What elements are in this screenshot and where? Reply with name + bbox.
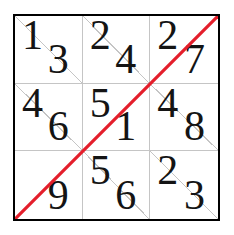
cell-bottom-number: 1 [115, 105, 136, 147]
cell-bottom-number: 9 [48, 174, 69, 216]
cell-r2c2: 5 1 [83, 84, 151, 152]
cell-r3c3: 2 3 [150, 151, 218, 219]
cell-r2c3: 4 8 [150, 84, 218, 152]
cell-bottom-number: 4 [115, 38, 136, 80]
cell-r1c1: 1 3 [15, 16, 83, 84]
cell-bottom-number: 7 [184, 38, 205, 80]
cell-r1c3: 2 7 [150, 16, 218, 84]
cell-top-number: 1 [22, 14, 43, 56]
cell-top-number: 5 [90, 149, 111, 191]
cell-top-number: 5 [90, 82, 111, 124]
cell-bottom-number: 6 [115, 174, 136, 216]
cell-r1c2: 2 4 [83, 16, 151, 84]
cell-top-number: 2 [90, 14, 111, 56]
cell-bottom-number: 6 [48, 105, 69, 147]
cell-top-number: 4 [22, 82, 43, 124]
cell-top-number: 2 [157, 14, 178, 56]
cell-top-number: 4 [157, 82, 178, 124]
puzzle-screenshot: 1 3 2 4 2 7 4 6 5 1 4 8 9 5 6 [0, 0, 234, 235]
cell-r3c1: 9 [15, 151, 83, 219]
cell-bottom-number: 3 [184, 174, 205, 216]
cell-top-number: 2 [157, 149, 178, 191]
cell-bottom-number: 8 [184, 105, 205, 147]
cell-bottom-number: 3 [48, 38, 69, 80]
cell-r3c2: 5 6 [83, 151, 151, 219]
cell-r2c1: 4 6 [15, 84, 83, 152]
puzzle-board: 1 3 2 4 2 7 4 6 5 1 4 8 9 5 6 [13, 14, 220, 221]
